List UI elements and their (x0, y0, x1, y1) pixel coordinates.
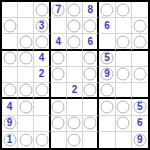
odd-marker-circle (117, 117, 130, 130)
cell-r8c3[interactable] (34, 116, 50, 132)
cell-r2c1[interactable] (2, 18, 18, 34)
cell-r3c9[interactable] (132, 34, 148, 50)
cell-r5c7[interactable]: 9 (99, 67, 115, 83)
odd-marker-circle (68, 19, 81, 32)
odd-marker-circle (84, 68, 97, 81)
given-digit: 5 (137, 102, 143, 112)
cell-r7c9[interactable]: 5 (132, 99, 148, 115)
cell-r1c6[interactable]: 8 (83, 2, 99, 18)
cell-r1c9[interactable] (132, 2, 148, 18)
given-digit: 1 (7, 135, 13, 145)
cell-r6c7[interactable] (99, 83, 115, 99)
cell-r6c6[interactable] (83, 83, 99, 99)
odd-marker-circle (19, 52, 32, 65)
odd-marker-circle (84, 117, 97, 130)
cell-r2c4[interactable] (51, 18, 67, 34)
cell-r4c8[interactable] (116, 51, 132, 67)
cell-r1c3[interactable] (34, 2, 50, 18)
cell-r9c8[interactable] (116, 132, 132, 148)
cell-r1c5[interactable] (67, 2, 83, 18)
cell-r5c1[interactable] (2, 67, 18, 83)
cell-r6c8[interactable] (116, 83, 132, 99)
odd-marker-circle (35, 35, 48, 48)
odd-marker-circle (117, 68, 130, 81)
cell-r3c4[interactable]: 4 (51, 34, 67, 50)
odd-marker-circle (19, 133, 32, 146)
odd-marker-circle (52, 117, 65, 130)
cell-r3c7[interactable] (99, 34, 115, 50)
given-digit: 4 (55, 37, 61, 47)
odd-marker-circle (100, 84, 113, 97)
given-digit: 9 (137, 135, 143, 145)
cell-r1c8[interactable] (116, 2, 132, 18)
cell-r1c1[interactable] (2, 2, 18, 18)
cell-r2c3[interactable]: 3 (34, 18, 50, 34)
odd-marker-circle (52, 52, 65, 65)
given-digit: 2 (39, 69, 45, 79)
cell-r2c6[interactable] (83, 18, 99, 34)
cell-r7c8[interactable] (116, 99, 132, 115)
odd-marker-circle (84, 84, 97, 97)
cell-r4c2[interactable] (18, 51, 34, 67)
odd-marker-circle (84, 52, 97, 65)
given-digit: 4 (39, 53, 45, 63)
cell-r6c1[interactable] (2, 83, 18, 99)
given-digit: 9 (7, 118, 13, 128)
cell-r8c5[interactable] (67, 116, 83, 132)
cell-r7c1[interactable]: 4 (2, 99, 18, 115)
cell-r9c5[interactable] (67, 132, 83, 148)
cell-r9c2[interactable] (18, 132, 34, 148)
odd-marker-circle (19, 35, 32, 48)
given-digit: 2 (72, 85, 78, 95)
odd-marker-circle (117, 35, 130, 48)
given-digit: 6 (87, 37, 93, 47)
cell-r8c1[interactable]: 9 (2, 116, 18, 132)
odd-marker-circle (52, 100, 65, 113)
cell-r7c5[interactable] (67, 99, 83, 115)
odd-marker-circle (117, 3, 130, 16)
odd-marker-circle (100, 100, 113, 113)
given-digit: 3 (39, 21, 45, 31)
cell-r6c3[interactable] (34, 83, 50, 99)
cell-r4c3[interactable]: 4 (34, 51, 50, 67)
given-digit: 8 (87, 5, 93, 15)
cell-r6c4[interactable] (51, 83, 67, 99)
cell-r9c3[interactable] (34, 132, 50, 148)
odd-marker-circle (3, 84, 16, 97)
cell-r5c8[interactable] (116, 67, 132, 83)
cell-r5c2[interactable] (18, 67, 34, 83)
cell-r9c4[interactable] (51, 132, 67, 148)
odd-marker-circle (100, 3, 113, 16)
odd-marker-circle (3, 19, 16, 32)
odd-marker-circle (133, 35, 146, 48)
odd-marker-circle (68, 133, 81, 146)
cell-r8c4[interactable] (51, 116, 67, 132)
cell-r4c5[interactable] (67, 51, 83, 67)
odd-marker-circle (133, 19, 146, 32)
cell-r5c5[interactable] (67, 67, 83, 83)
odd-marker-circle (68, 3, 81, 16)
odd-marker-circle (117, 100, 130, 113)
cell-r1c2[interactable] (18, 2, 34, 18)
cell-r1c4[interactable]: 7 (51, 2, 67, 18)
cell-r5c3[interactable]: 2 (34, 67, 50, 83)
odd-marker-circle (52, 68, 65, 81)
odd-marker-circle (35, 3, 48, 16)
cell-r8c7[interactable] (99, 116, 115, 132)
cell-r5c9[interactable] (132, 67, 148, 83)
cell-r7c7[interactable] (99, 99, 115, 115)
given-digit: 6 (137, 118, 143, 128)
cell-r7c6[interactable] (83, 99, 99, 115)
cell-r2c8[interactable] (116, 18, 132, 34)
given-digit: 5 (104, 53, 110, 63)
cell-r3c5[interactable] (67, 34, 83, 50)
cell-r4c1[interactable] (2, 51, 18, 67)
cell-r3c2[interactable] (18, 34, 34, 50)
cell-r8c8[interactable] (116, 116, 132, 132)
cell-r7c3[interactable] (34, 99, 50, 115)
odd-marker-circle (35, 133, 48, 146)
odd-marker-circle (35, 84, 48, 97)
cell-r8c9[interactable]: 6 (132, 116, 148, 132)
cell-r2c7[interactable]: 6 (99, 18, 115, 34)
odd-marker-circle (68, 35, 81, 48)
cell-r4c6[interactable] (83, 51, 99, 67)
cell-r2c5[interactable] (67, 18, 83, 34)
cell-r3c8[interactable] (116, 34, 132, 50)
cell-r4c9[interactable] (132, 51, 148, 67)
cell-r6c2[interactable] (18, 83, 34, 99)
cell-r9c1[interactable]: 1 (2, 132, 18, 148)
cell-r9c7[interactable] (99, 132, 115, 148)
cell-r8c2[interactable] (18, 116, 34, 132)
given-digit: 4 (7, 102, 13, 112)
odd-marker-circle (133, 68, 146, 81)
odd-marker-circle (68, 117, 81, 130)
cell-r7c2[interactable] (18, 99, 34, 115)
sudoku-board: 78364645292459619 (0, 0, 150, 150)
odd-marker-circle (19, 100, 32, 113)
cell-r6c5[interactable]: 2 (67, 83, 83, 99)
cell-r7c4[interactable] (51, 99, 67, 115)
cell-r9c9[interactable]: 9 (132, 132, 148, 148)
given-digit: 7 (55, 5, 61, 15)
cell-r5c4[interactable] (51, 67, 67, 83)
cell-r2c2[interactable] (18, 18, 34, 34)
given-digit: 9 (104, 69, 110, 79)
cell-r3c6[interactable]: 6 (83, 34, 99, 50)
cell-r2c9[interactable] (132, 18, 148, 34)
odd-marker-circle (19, 84, 32, 97)
cell-r1c7[interactable] (99, 2, 115, 18)
cell-r4c4[interactable] (51, 51, 67, 67)
cell-r3c1[interactable] (2, 34, 18, 50)
given-digit: 6 (104, 21, 110, 31)
cell-r8c6[interactable] (83, 116, 99, 132)
odd-marker-circle (3, 52, 16, 65)
cell-r3c3[interactable] (34, 34, 50, 50)
cell-r4c7[interactable]: 5 (99, 51, 115, 67)
cell-r5c6[interactable] (83, 67, 99, 83)
cell-r6c9[interactable] (132, 83, 148, 99)
cell-r9c6[interactable] (83, 132, 99, 148)
odd-marker-circle (84, 19, 97, 32)
